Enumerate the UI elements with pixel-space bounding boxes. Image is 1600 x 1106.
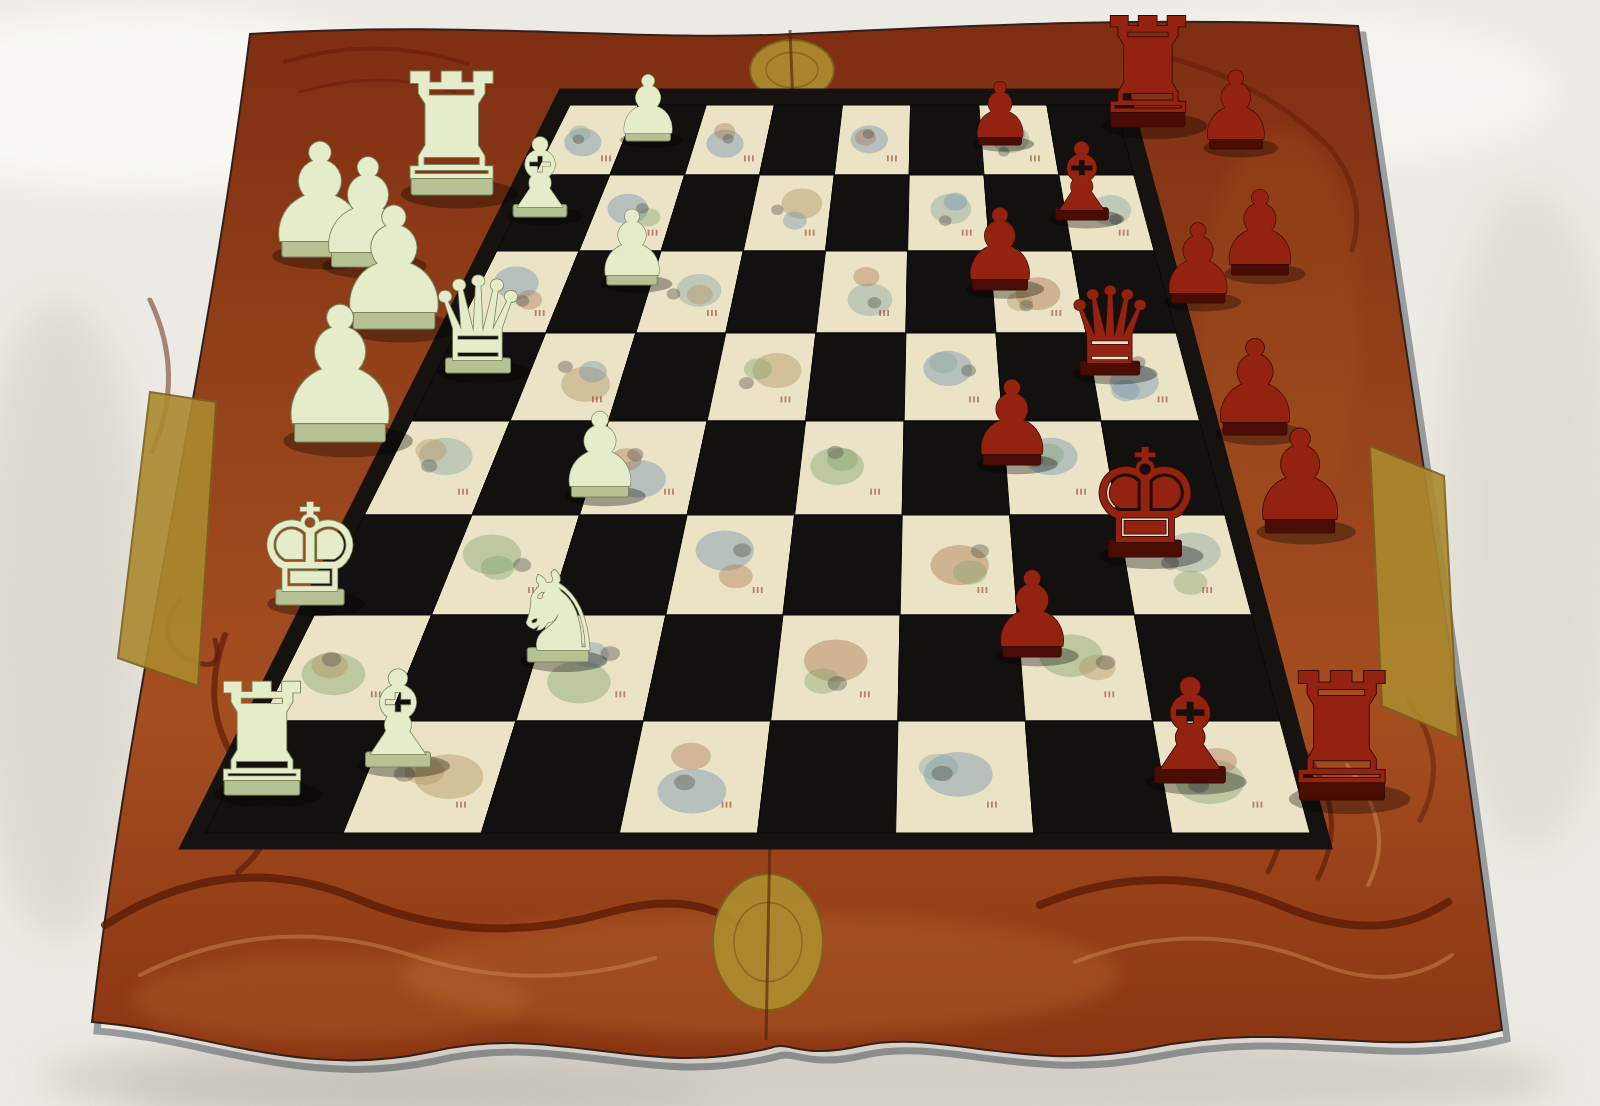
svg-text:♟: ♟ [592,191,673,296]
piece-red-pawn[interactable]: ♟ [1194,52,1278,161]
piece-white-pawn[interactable]: ♟ [267,273,413,461]
svg-text:♟: ♟ [966,359,1057,478]
piece-red-king[interactable]: ♚ [1087,421,1204,573]
piece-red-queen[interactable]: ♛ [1062,265,1157,388]
piece-white-bishop[interactable]: ♝ [346,646,450,781]
piece-white-bishop[interactable]: ♝ [497,118,583,230]
svg-text:♚: ♚ [1087,421,1204,573]
piece-red-pawn[interactable]: ♟ [966,359,1058,478]
piece-red-bishop[interactable]: ♝ [1134,652,1247,799]
svg-text:♟: ♟ [1244,404,1355,548]
svg-text:♟: ♟ [985,549,1078,671]
piece-white-rook[interactable]: ♜ [201,655,322,812]
piece-red-rook[interactable]: ♜ [1089,0,1208,143]
piece-red-pawn[interactable]: ♟ [1244,404,1355,548]
svg-text:♝: ♝ [497,118,583,230]
piece-white-pawn[interactable]: ♟ [592,191,673,296]
svg-text:♜: ♜ [1089,0,1207,143]
svg-text:♟: ♟ [554,391,645,510]
square-d6[interactable] [726,251,826,333]
chess-board: ♜♟♟♟♜♝♝♟♟♟♟♟♟♟♛♛♟♟♟♟♟♚♚♟♞♝♝♜♜ [0,0,1600,1106]
piece-red-rook[interactable]: ♜ [1274,641,1411,818]
svg-text:♟: ♟ [956,188,1044,302]
square-e1[interactable] [758,721,898,833]
svg-text:♜: ♜ [201,655,322,812]
svg-text:♛: ♛ [1062,265,1157,388]
piece-red-bishop[interactable]: ♝ [1040,123,1124,232]
piece-red-pawn[interactable]: ♟ [956,188,1044,302]
piece-red-pawn[interactable]: ♟ [985,549,1078,671]
svg-text:♜: ♜ [1274,641,1410,818]
piece-white-king[interactable]: ♚ [255,478,365,620]
chess-set-photo: ♜♟♟♟♜♝♝♟♟♟♟♟♟♟♛♛♟♟♟♟♟♚♚♟♞♝♝♜♜ [0,0,1600,1106]
svg-text:♟: ♟ [1155,204,1241,316]
piece-red-pawn[interactable]: ♟ [1155,204,1241,316]
svg-text:♝: ♝ [1040,123,1124,232]
svg-text:♞: ♞ [509,548,608,676]
svg-text:♝: ♝ [346,646,450,781]
svg-text:♛: ♛ [426,252,530,387]
svg-text:♝: ♝ [1134,652,1247,799]
svg-text:♟: ♟ [1194,52,1278,161]
piece-white-knight[interactable]: ♞ [509,548,608,676]
square-d2[interactable] [643,615,783,721]
piece-white-pawn[interactable]: ♟ [612,59,684,152]
piece-white-pawn[interactable]: ♟ [554,391,646,510]
square-e5[interactable] [806,333,906,421]
piece-white-queen[interactable]: ♛ [426,252,530,387]
board-photo-svg: ♜♟♟♟♜♝♝♟♟♟♟♟♟♟♛♛♟♟♟♟♟♚♚♟♞♝♝♜♜ [0,0,1600,1106]
square-e3[interactable] [783,515,902,615]
square-e7[interactable] [826,175,910,251]
svg-text:♟: ♟ [966,66,1034,155]
svg-text:♟: ♟ [612,59,684,152]
piece-red-pawn[interactable]: ♟ [966,66,1034,155]
svg-text:♚: ♚ [255,478,364,620]
square-d8[interactable] [760,105,843,175]
square-d4[interactable] [687,421,806,515]
svg-text:♟: ♟ [267,273,412,461]
